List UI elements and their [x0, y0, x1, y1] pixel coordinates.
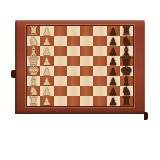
white-pawn[interactable]: ♟ [42, 97, 51, 107]
square[interactable] [54, 86, 67, 96]
square[interactable] [93, 36, 106, 46]
square[interactable] [93, 66, 106, 76]
square[interactable] [67, 66, 80, 76]
black-rook[interactable]: ♜ [121, 95, 132, 107]
square[interactable] [93, 26, 106, 36]
square[interactable]: ♟ [40, 56, 53, 66]
square[interactable]: ♜ [120, 96, 133, 106]
square[interactable] [80, 56, 93, 66]
square[interactable]: ♟ [107, 56, 120, 66]
square[interactable]: ♟ [40, 26, 53, 36]
black-pawn[interactable]: ♟ [109, 97, 118, 107]
square[interactable]: ♟ [107, 86, 120, 96]
chess-set-photo: ♜♟♟♜♞♟♟♞♝♟♟♝♛♟♟♛♚♟♟♚♝♟♟♝♞♟♟♞♜♟♟♜ [0, 0, 160, 160]
square[interactable]: ♟ [40, 86, 53, 96]
square[interactable] [93, 46, 106, 56]
square[interactable] [80, 36, 93, 46]
chess-box: ♜♟♟♜♞♟♟♞♝♟♟♝♛♟♟♛♚♟♟♚♝♟♟♝♞♟♟♞♜♟♟♜ [15, 20, 145, 131]
square[interactable] [54, 46, 67, 56]
square[interactable]: ♟ [40, 36, 53, 46]
square[interactable] [80, 96, 93, 106]
white-rook[interactable]: ♜ [28, 95, 39, 107]
square[interactable]: ♟ [107, 46, 120, 56]
left-latch-knob[interactable] [11, 70, 16, 78]
square[interactable] [93, 76, 106, 86]
square[interactable] [80, 46, 93, 56]
square[interactable] [67, 96, 80, 106]
square[interactable]: ♟ [107, 36, 120, 46]
square[interactable] [67, 46, 80, 56]
square[interactable]: ♟ [40, 76, 53, 86]
right-latch-knob[interactable] [144, 112, 148, 120]
square[interactable] [93, 56, 106, 66]
square[interactable] [80, 76, 93, 86]
square[interactable] [93, 86, 106, 96]
square[interactable] [80, 26, 93, 36]
square[interactable]: ♜ [27, 96, 40, 106]
square[interactable]: ♟ [107, 96, 120, 106]
square[interactable] [54, 66, 67, 76]
square[interactable]: ♟ [40, 46, 53, 56]
board-frame: ♜♟♟♜♞♟♟♞♝♟♟♝♛♟♟♛♚♟♟♚♝♟♟♝♞♟♟♞♜♟♟♜ [15, 20, 145, 114]
square[interactable]: ♟ [107, 66, 120, 76]
square[interactable] [54, 36, 67, 46]
square[interactable] [93, 96, 106, 106]
square[interactable] [54, 56, 67, 66]
square[interactable] [67, 86, 80, 96]
square[interactable] [67, 56, 80, 66]
square[interactable] [67, 76, 80, 86]
box-base [14, 114, 146, 131]
square[interactable]: ♟ [40, 66, 53, 76]
square[interactable] [80, 66, 93, 76]
square[interactable] [54, 76, 67, 86]
square[interactable] [54, 26, 67, 36]
square[interactable]: ♟ [40, 96, 53, 106]
square[interactable]: ♟ [107, 76, 120, 86]
chess-board[interactable]: ♜♟♟♜♞♟♟♞♝♟♟♝♛♟♟♛♚♟♟♚♝♟♟♝♞♟♟♞♜♟♟♜ [26, 25, 134, 107]
square[interactable] [80, 86, 93, 96]
square[interactable] [67, 26, 80, 36]
square[interactable]: ♟ [107, 26, 120, 36]
square[interactable] [67, 36, 80, 46]
square[interactable] [54, 96, 67, 106]
